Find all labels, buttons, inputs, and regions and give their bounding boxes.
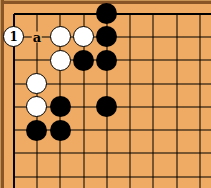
intersection-c1-r8: [2, 165, 25, 188]
intersection-c8-r1: [165, 2, 188, 25]
intersection-c8-r6: [165, 118, 188, 141]
intersection-c5-r6: [95, 118, 118, 141]
intersection-c4-r1: [72, 2, 95, 25]
intersection-c1-r6: [2, 118, 25, 141]
intersection-c8-r3: [165, 49, 188, 72]
intersection-c1-r2: ○1: [2, 25, 25, 48]
black-stone: ●: [96, 96, 117, 117]
intersection-c2-r3: [25, 49, 48, 72]
intersection-c3-r3: ○: [49, 49, 72, 72]
intersection-c4-r3: ●: [72, 49, 95, 72]
intersection-c3-r4: [49, 72, 72, 95]
intersection-c1-r5: [2, 95, 25, 118]
black-stone: ●: [50, 120, 71, 141]
intersection-c4-r2: ○: [72, 25, 95, 48]
intersection-c9-r4: [188, 72, 211, 95]
intersection-c5-r1: ●: [95, 2, 118, 25]
white-stone: ○: [50, 50, 71, 71]
intersection-c6-r5: [118, 95, 141, 118]
intersection-c3-r8: [49, 165, 72, 188]
intersection-c5-r4: [95, 72, 118, 95]
intersection-c2-r1: [25, 2, 48, 25]
intersection-c3-r6: ●: [49, 118, 72, 141]
white-stone: ○: [50, 26, 71, 47]
intersection-c1-r1: [2, 2, 25, 25]
intersection-c8-r8: [165, 165, 188, 188]
intersection-c9-r7: [188, 142, 211, 165]
intersection-c9-r3: [188, 49, 211, 72]
intersection-c3-r1: [49, 2, 72, 25]
white-stone-move-1: ○1: [3, 26, 24, 47]
intersection-c7-r3: [142, 49, 165, 72]
intersection-c5-r5: ●: [95, 95, 118, 118]
intersection-c9-r2: [188, 25, 211, 48]
intersection-c1-r7: [2, 142, 25, 165]
intersection-c1-r4: [2, 72, 25, 95]
intersection-c3-r7: [49, 142, 72, 165]
intersection-c7-r5: [142, 95, 165, 118]
black-stone: ●: [73, 50, 94, 71]
intersection-c6-r1: [118, 2, 141, 25]
intersection-c8-r5: [165, 95, 188, 118]
point-label-a: a: [32, 31, 42, 42]
go-board: ●○1a○○●○●●○○●●●●: [0, 0, 211, 188]
board-grid: ●○1a○○●○●●○○●●●●: [2, 2, 211, 188]
intersection-c7-r6: [142, 118, 165, 141]
intersection-c4-r7: [72, 142, 95, 165]
intersection-c2-r6: ●: [25, 118, 48, 141]
intersection-c7-r2: [142, 25, 165, 48]
move-number-label: 1: [4, 27, 23, 46]
intersection-c8-r4: [165, 72, 188, 95]
black-stone: ●: [96, 3, 117, 24]
intersection-c9-r1: [188, 2, 211, 25]
white-stone: ○: [26, 73, 47, 94]
intersection-c6-r2: [118, 25, 141, 48]
intersection-c9-r5: [188, 95, 211, 118]
intersection-c2-r5: ○: [25, 95, 48, 118]
intersection-c6-r4: [118, 72, 141, 95]
intersection-c6-r3: [118, 49, 141, 72]
intersection-c9-r6: [188, 118, 211, 141]
intersection-c7-r8: [142, 165, 165, 188]
intersection-c6-r8: [118, 165, 141, 188]
intersection-c2-r2: a: [25, 25, 48, 48]
intersection-c4-r5: [72, 95, 95, 118]
intersection-c9-r8: [188, 165, 211, 188]
white-stone: ○: [26, 96, 47, 117]
intersection-c1-r3: [2, 49, 25, 72]
intersection-c4-r8: [72, 165, 95, 188]
intersection-c2-r8: [25, 165, 48, 188]
intersection-c5-r2: ●: [95, 25, 118, 48]
intersection-c4-r6: [72, 118, 95, 141]
white-stone: ○: [73, 26, 94, 47]
black-stone: ●: [96, 50, 117, 71]
intersection-c8-r2: [165, 25, 188, 48]
intersection-c4-r4: [72, 72, 95, 95]
intersection-c5-r8: [95, 165, 118, 188]
black-stone: ●: [26, 120, 47, 141]
intersection-c7-r1: [142, 2, 165, 25]
intersection-c7-r7: [142, 142, 165, 165]
intersection-c8-r7: [165, 142, 188, 165]
intersection-c2-r4: ○: [25, 72, 48, 95]
intersection-c5-r3: ●: [95, 49, 118, 72]
intersection-c7-r4: [142, 72, 165, 95]
intersection-c3-r5: ●: [49, 95, 72, 118]
intersection-c6-r7: [118, 142, 141, 165]
black-stone: ●: [50, 96, 71, 117]
black-stone: ●: [96, 26, 117, 47]
intersection-c5-r7: [95, 142, 118, 165]
intersection-c3-r2: ○: [49, 25, 72, 48]
intersection-c2-r7: [25, 142, 48, 165]
intersection-c6-r6: [118, 118, 141, 141]
